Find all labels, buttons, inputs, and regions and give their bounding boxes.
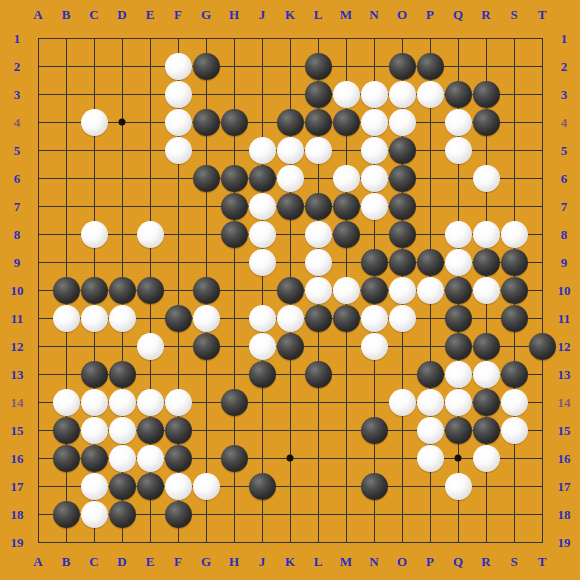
intersection-G8[interactable]	[192, 220, 220, 248]
intersection-T14[interactable]	[528, 388, 556, 416]
intersection-R19[interactable]	[472, 528, 500, 556]
intersection-D11[interactable]	[108, 304, 136, 332]
intersection-T10[interactable]	[528, 276, 556, 304]
intersection-B10[interactable]	[52, 276, 80, 304]
intersection-Q11[interactable]	[444, 304, 472, 332]
intersection-D17[interactable]	[108, 472, 136, 500]
intersection-B5[interactable]	[52, 136, 80, 164]
intersection-M19[interactable]	[332, 528, 360, 556]
intersection-H9[interactable]	[220, 248, 248, 276]
intersection-N5[interactable]	[360, 136, 388, 164]
intersection-O17[interactable]	[388, 472, 416, 500]
intersection-Q12[interactable]	[444, 332, 472, 360]
intersection-L5[interactable]	[304, 136, 332, 164]
intersection-S18[interactable]	[500, 500, 528, 528]
intersection-R11[interactable]	[472, 304, 500, 332]
intersection-O18[interactable]	[388, 500, 416, 528]
intersection-K19[interactable]	[276, 528, 304, 556]
intersection-G19[interactable]	[192, 528, 220, 556]
intersection-A18[interactable]	[24, 500, 52, 528]
intersection-S9[interactable]	[500, 248, 528, 276]
intersection-N2[interactable]	[360, 52, 388, 80]
intersection-P10[interactable]	[416, 276, 444, 304]
intersection-N18[interactable]	[360, 500, 388, 528]
intersection-B19[interactable]	[52, 528, 80, 556]
intersection-N9[interactable]	[360, 248, 388, 276]
intersection-P3[interactable]	[416, 80, 444, 108]
intersection-T15[interactable]	[528, 416, 556, 444]
intersection-T2[interactable]	[528, 52, 556, 80]
intersection-E12[interactable]	[136, 332, 164, 360]
intersection-G11[interactable]	[192, 304, 220, 332]
intersection-H2[interactable]	[220, 52, 248, 80]
intersection-D18[interactable]	[108, 500, 136, 528]
intersection-K1[interactable]	[276, 24, 304, 52]
intersection-R7[interactable]	[472, 192, 500, 220]
intersection-K18[interactable]	[276, 500, 304, 528]
intersection-R17[interactable]	[472, 472, 500, 500]
intersection-M1[interactable]	[332, 24, 360, 52]
intersection-A8[interactable]	[24, 220, 52, 248]
intersection-J4[interactable]	[248, 108, 276, 136]
intersection-P16[interactable]	[416, 444, 444, 472]
intersection-K3[interactable]	[276, 80, 304, 108]
intersection-C13[interactable]	[80, 360, 108, 388]
intersection-H18[interactable]	[220, 500, 248, 528]
intersection-H10[interactable]	[220, 276, 248, 304]
intersection-M17[interactable]	[332, 472, 360, 500]
intersection-G10[interactable]	[192, 276, 220, 304]
intersection-L18[interactable]	[304, 500, 332, 528]
intersection-T1[interactable]	[528, 24, 556, 52]
intersection-S15[interactable]	[500, 416, 528, 444]
intersection-H17[interactable]	[220, 472, 248, 500]
intersection-M5[interactable]	[332, 136, 360, 164]
intersection-A16[interactable]	[24, 444, 52, 472]
intersection-Q13[interactable]	[444, 360, 472, 388]
intersection-L3[interactable]	[304, 80, 332, 108]
intersection-E10[interactable]	[136, 276, 164, 304]
intersection-K10[interactable]	[276, 276, 304, 304]
intersection-T7[interactable]	[528, 192, 556, 220]
intersection-L13[interactable]	[304, 360, 332, 388]
intersection-F5[interactable]	[164, 136, 192, 164]
intersection-O15[interactable]	[388, 416, 416, 444]
intersection-E14[interactable]	[136, 388, 164, 416]
intersection-N10[interactable]	[360, 276, 388, 304]
intersection-P9[interactable]	[416, 248, 444, 276]
intersection-K7[interactable]	[276, 192, 304, 220]
intersection-F2[interactable]	[164, 52, 192, 80]
intersection-A5[interactable]	[24, 136, 52, 164]
intersection-P4[interactable]	[416, 108, 444, 136]
intersection-L19[interactable]	[304, 528, 332, 556]
intersection-F14[interactable]	[164, 388, 192, 416]
intersection-G6[interactable]	[192, 164, 220, 192]
intersection-D9[interactable]	[108, 248, 136, 276]
intersection-A12[interactable]	[24, 332, 52, 360]
intersection-Q18[interactable]	[444, 500, 472, 528]
intersection-F17[interactable]	[164, 472, 192, 500]
intersection-P2[interactable]	[416, 52, 444, 80]
intersection-S8[interactable]	[500, 220, 528, 248]
intersection-M6[interactable]	[332, 164, 360, 192]
intersection-L11[interactable]	[304, 304, 332, 332]
intersection-L16[interactable]	[304, 444, 332, 472]
intersection-O13[interactable]	[388, 360, 416, 388]
intersection-E6[interactable]	[136, 164, 164, 192]
intersection-C7[interactable]	[80, 192, 108, 220]
intersection-B15[interactable]	[52, 416, 80, 444]
intersection-D8[interactable]	[108, 220, 136, 248]
intersection-B3[interactable]	[52, 80, 80, 108]
intersection-J11[interactable]	[248, 304, 276, 332]
intersection-Q10[interactable]	[444, 276, 472, 304]
intersection-E3[interactable]	[136, 80, 164, 108]
intersection-K16[interactable]	[276, 444, 304, 472]
intersection-C11[interactable]	[80, 304, 108, 332]
intersection-J2[interactable]	[248, 52, 276, 80]
intersection-G5[interactable]	[192, 136, 220, 164]
intersection-J7[interactable]	[248, 192, 276, 220]
intersection-H14[interactable]	[220, 388, 248, 416]
intersection-L7[interactable]	[304, 192, 332, 220]
intersection-N3[interactable]	[360, 80, 388, 108]
intersection-O16[interactable]	[388, 444, 416, 472]
intersection-B1[interactable]	[52, 24, 80, 52]
intersection-N6[interactable]	[360, 164, 388, 192]
intersection-R2[interactable]	[472, 52, 500, 80]
intersection-H7[interactable]	[220, 192, 248, 220]
intersection-J9[interactable]	[248, 248, 276, 276]
intersection-K4[interactable]	[276, 108, 304, 136]
intersection-A17[interactable]	[24, 472, 52, 500]
intersection-B14[interactable]	[52, 388, 80, 416]
intersection-H6[interactable]	[220, 164, 248, 192]
intersection-R9[interactable]	[472, 248, 500, 276]
intersection-J6[interactable]	[248, 164, 276, 192]
intersection-J12[interactable]	[248, 332, 276, 360]
intersection-C12[interactable]	[80, 332, 108, 360]
intersection-O7[interactable]	[388, 192, 416, 220]
intersection-S4[interactable]	[500, 108, 528, 136]
intersection-C6[interactable]	[80, 164, 108, 192]
intersection-P6[interactable]	[416, 164, 444, 192]
intersection-K13[interactable]	[276, 360, 304, 388]
intersection-S14[interactable]	[500, 388, 528, 416]
intersection-Q3[interactable]	[444, 80, 472, 108]
intersection-G7[interactable]	[192, 192, 220, 220]
intersection-M2[interactable]	[332, 52, 360, 80]
intersection-N4[interactable]	[360, 108, 388, 136]
intersection-G17[interactable]	[192, 472, 220, 500]
intersection-J19[interactable]	[248, 528, 276, 556]
intersection-B16[interactable]	[52, 444, 80, 472]
intersection-P17[interactable]	[416, 472, 444, 500]
intersection-T9[interactable]	[528, 248, 556, 276]
intersection-Q16[interactable]	[444, 444, 472, 472]
intersection-O6[interactable]	[388, 164, 416, 192]
intersection-B13[interactable]	[52, 360, 80, 388]
intersection-D1[interactable]	[108, 24, 136, 52]
intersection-H13[interactable]	[220, 360, 248, 388]
intersection-S12[interactable]	[500, 332, 528, 360]
intersection-F19[interactable]	[164, 528, 192, 556]
intersection-P5[interactable]	[416, 136, 444, 164]
intersection-R1[interactable]	[472, 24, 500, 52]
intersection-Q17[interactable]	[444, 472, 472, 500]
intersection-L17[interactable]	[304, 472, 332, 500]
intersection-P14[interactable]	[416, 388, 444, 416]
intersection-S5[interactable]	[500, 136, 528, 164]
intersection-C5[interactable]	[80, 136, 108, 164]
intersection-B6[interactable]	[52, 164, 80, 192]
intersection-R18[interactable]	[472, 500, 500, 528]
intersection-T16[interactable]	[528, 444, 556, 472]
intersection-D3[interactable]	[108, 80, 136, 108]
intersection-P12[interactable]	[416, 332, 444, 360]
intersection-H3[interactable]	[220, 80, 248, 108]
intersection-Q19[interactable]	[444, 528, 472, 556]
intersection-P8[interactable]	[416, 220, 444, 248]
intersection-H12[interactable]	[220, 332, 248, 360]
intersection-Q1[interactable]	[444, 24, 472, 52]
intersection-F18[interactable]	[164, 500, 192, 528]
intersection-D15[interactable]	[108, 416, 136, 444]
intersection-F16[interactable]	[164, 444, 192, 472]
intersection-C15[interactable]	[80, 416, 108, 444]
intersection-K9[interactable]	[276, 248, 304, 276]
intersection-T5[interactable]	[528, 136, 556, 164]
intersection-L2[interactable]	[304, 52, 332, 80]
intersection-J18[interactable]	[248, 500, 276, 528]
intersection-R5[interactable]	[472, 136, 500, 164]
intersection-B11[interactable]	[52, 304, 80, 332]
intersection-R16[interactable]	[472, 444, 500, 472]
intersection-P7[interactable]	[416, 192, 444, 220]
intersection-E11[interactable]	[136, 304, 164, 332]
intersection-M15[interactable]	[332, 416, 360, 444]
intersection-E2[interactable]	[136, 52, 164, 80]
intersection-N11[interactable]	[360, 304, 388, 332]
intersection-A10[interactable]	[24, 276, 52, 304]
intersection-G9[interactable]	[192, 248, 220, 276]
intersection-L6[interactable]	[304, 164, 332, 192]
intersection-J8[interactable]	[248, 220, 276, 248]
intersection-C3[interactable]	[80, 80, 108, 108]
intersection-F4[interactable]	[164, 108, 192, 136]
intersection-E7[interactable]	[136, 192, 164, 220]
intersection-J10[interactable]	[248, 276, 276, 304]
intersection-F10[interactable]	[164, 276, 192, 304]
intersection-P13[interactable]	[416, 360, 444, 388]
intersection-N12[interactable]	[360, 332, 388, 360]
intersection-L8[interactable]	[304, 220, 332, 248]
intersection-R4[interactable]	[472, 108, 500, 136]
intersection-E17[interactable]	[136, 472, 164, 500]
intersection-N17[interactable]	[360, 472, 388, 500]
intersection-M18[interactable]	[332, 500, 360, 528]
intersection-F8[interactable]	[164, 220, 192, 248]
intersection-A11[interactable]	[24, 304, 52, 332]
intersection-N19[interactable]	[360, 528, 388, 556]
intersection-A7[interactable]	[24, 192, 52, 220]
intersection-C10[interactable]	[80, 276, 108, 304]
intersection-K6[interactable]	[276, 164, 304, 192]
intersection-S17[interactable]	[500, 472, 528, 500]
intersection-E1[interactable]	[136, 24, 164, 52]
intersection-L12[interactable]	[304, 332, 332, 360]
intersection-K8[interactable]	[276, 220, 304, 248]
intersection-N8[interactable]	[360, 220, 388, 248]
intersection-T18[interactable]	[528, 500, 556, 528]
intersection-S11[interactable]	[500, 304, 528, 332]
intersection-A2[interactable]	[24, 52, 52, 80]
intersection-Q8[interactable]	[444, 220, 472, 248]
intersection-D5[interactable]	[108, 136, 136, 164]
intersection-S3[interactable]	[500, 80, 528, 108]
intersection-B18[interactable]	[52, 500, 80, 528]
intersection-Q9[interactable]	[444, 248, 472, 276]
intersection-O12[interactable]	[388, 332, 416, 360]
intersection-K5[interactable]	[276, 136, 304, 164]
intersection-L10[interactable]	[304, 276, 332, 304]
intersection-G14[interactable]	[192, 388, 220, 416]
intersection-E9[interactable]	[136, 248, 164, 276]
intersection-C8[interactable]	[80, 220, 108, 248]
intersection-D12[interactable]	[108, 332, 136, 360]
intersection-N13[interactable]	[360, 360, 388, 388]
intersection-Q15[interactable]	[444, 416, 472, 444]
intersection-H11[interactable]	[220, 304, 248, 332]
intersection-P1[interactable]	[416, 24, 444, 52]
intersection-B17[interactable]	[52, 472, 80, 500]
intersection-T6[interactable]	[528, 164, 556, 192]
intersection-D19[interactable]	[108, 528, 136, 556]
intersection-F6[interactable]	[164, 164, 192, 192]
intersection-B8[interactable]	[52, 220, 80, 248]
intersection-O11[interactable]	[388, 304, 416, 332]
intersection-Q5[interactable]	[444, 136, 472, 164]
intersection-E5[interactable]	[136, 136, 164, 164]
intersection-P15[interactable]	[416, 416, 444, 444]
intersection-T4[interactable]	[528, 108, 556, 136]
intersection-M16[interactable]	[332, 444, 360, 472]
intersection-R8[interactable]	[472, 220, 500, 248]
intersection-O2[interactable]	[388, 52, 416, 80]
intersection-G15[interactable]	[192, 416, 220, 444]
intersection-E18[interactable]	[136, 500, 164, 528]
intersection-G12[interactable]	[192, 332, 220, 360]
intersection-B12[interactable]	[52, 332, 80, 360]
intersection-J5[interactable]	[248, 136, 276, 164]
intersection-R15[interactable]	[472, 416, 500, 444]
intersection-O4[interactable]	[388, 108, 416, 136]
intersection-S19[interactable]	[500, 528, 528, 556]
intersection-M11[interactable]	[332, 304, 360, 332]
intersection-A13[interactable]	[24, 360, 52, 388]
intersection-G1[interactable]	[192, 24, 220, 52]
intersection-O3[interactable]	[388, 80, 416, 108]
intersection-D13[interactable]	[108, 360, 136, 388]
intersection-B9[interactable]	[52, 248, 80, 276]
intersection-K12[interactable]	[276, 332, 304, 360]
intersection-B2[interactable]	[52, 52, 80, 80]
intersection-P11[interactable]	[416, 304, 444, 332]
intersection-O14[interactable]	[388, 388, 416, 416]
intersection-N1[interactable]	[360, 24, 388, 52]
intersection-C16[interactable]	[80, 444, 108, 472]
intersection-F15[interactable]	[164, 416, 192, 444]
intersection-T19[interactable]	[528, 528, 556, 556]
intersection-Q7[interactable]	[444, 192, 472, 220]
intersection-O8[interactable]	[388, 220, 416, 248]
intersection-L14[interactable]	[304, 388, 332, 416]
intersection-R10[interactable]	[472, 276, 500, 304]
intersection-M12[interactable]	[332, 332, 360, 360]
intersection-A14[interactable]	[24, 388, 52, 416]
intersection-F11[interactable]	[164, 304, 192, 332]
intersection-G16[interactable]	[192, 444, 220, 472]
intersection-T17[interactable]	[528, 472, 556, 500]
intersection-N16[interactable]	[360, 444, 388, 472]
intersection-H16[interactable]	[220, 444, 248, 472]
intersection-K17[interactable]	[276, 472, 304, 500]
intersection-M13[interactable]	[332, 360, 360, 388]
intersection-M4[interactable]	[332, 108, 360, 136]
intersection-A4[interactable]	[24, 108, 52, 136]
intersection-D2[interactable]	[108, 52, 136, 80]
intersection-O1[interactable]	[388, 24, 416, 52]
intersection-J13[interactable]	[248, 360, 276, 388]
intersection-A15[interactable]	[24, 416, 52, 444]
intersection-G2[interactable]	[192, 52, 220, 80]
intersection-R14[interactable]	[472, 388, 500, 416]
intersection-R12[interactable]	[472, 332, 500, 360]
intersection-T8[interactable]	[528, 220, 556, 248]
intersection-G3[interactable]	[192, 80, 220, 108]
intersection-F7[interactable]	[164, 192, 192, 220]
intersection-L15[interactable]	[304, 416, 332, 444]
intersection-C17[interactable]	[80, 472, 108, 500]
intersection-S10[interactable]	[500, 276, 528, 304]
intersection-D16[interactable]	[108, 444, 136, 472]
intersection-O10[interactable]	[388, 276, 416, 304]
intersection-A19[interactable]	[24, 528, 52, 556]
intersection-T3[interactable]	[528, 80, 556, 108]
intersection-O9[interactable]	[388, 248, 416, 276]
intersection-R13[interactable]	[472, 360, 500, 388]
intersection-M7[interactable]	[332, 192, 360, 220]
intersection-M9[interactable]	[332, 248, 360, 276]
intersection-T12[interactable]	[528, 332, 556, 360]
intersection-N7[interactable]	[360, 192, 388, 220]
intersection-C1[interactable]	[80, 24, 108, 52]
intersection-R3[interactable]	[472, 80, 500, 108]
intersection-C14[interactable]	[80, 388, 108, 416]
intersection-H15[interactable]	[220, 416, 248, 444]
intersection-T11[interactable]	[528, 304, 556, 332]
intersection-J14[interactable]	[248, 388, 276, 416]
intersection-Q14[interactable]	[444, 388, 472, 416]
intersection-F3[interactable]	[164, 80, 192, 108]
intersection-M8[interactable]	[332, 220, 360, 248]
intersection-L1[interactable]	[304, 24, 332, 52]
intersection-F9[interactable]	[164, 248, 192, 276]
intersection-N15[interactable]	[360, 416, 388, 444]
intersection-J1[interactable]	[248, 24, 276, 52]
intersection-K2[interactable]	[276, 52, 304, 80]
